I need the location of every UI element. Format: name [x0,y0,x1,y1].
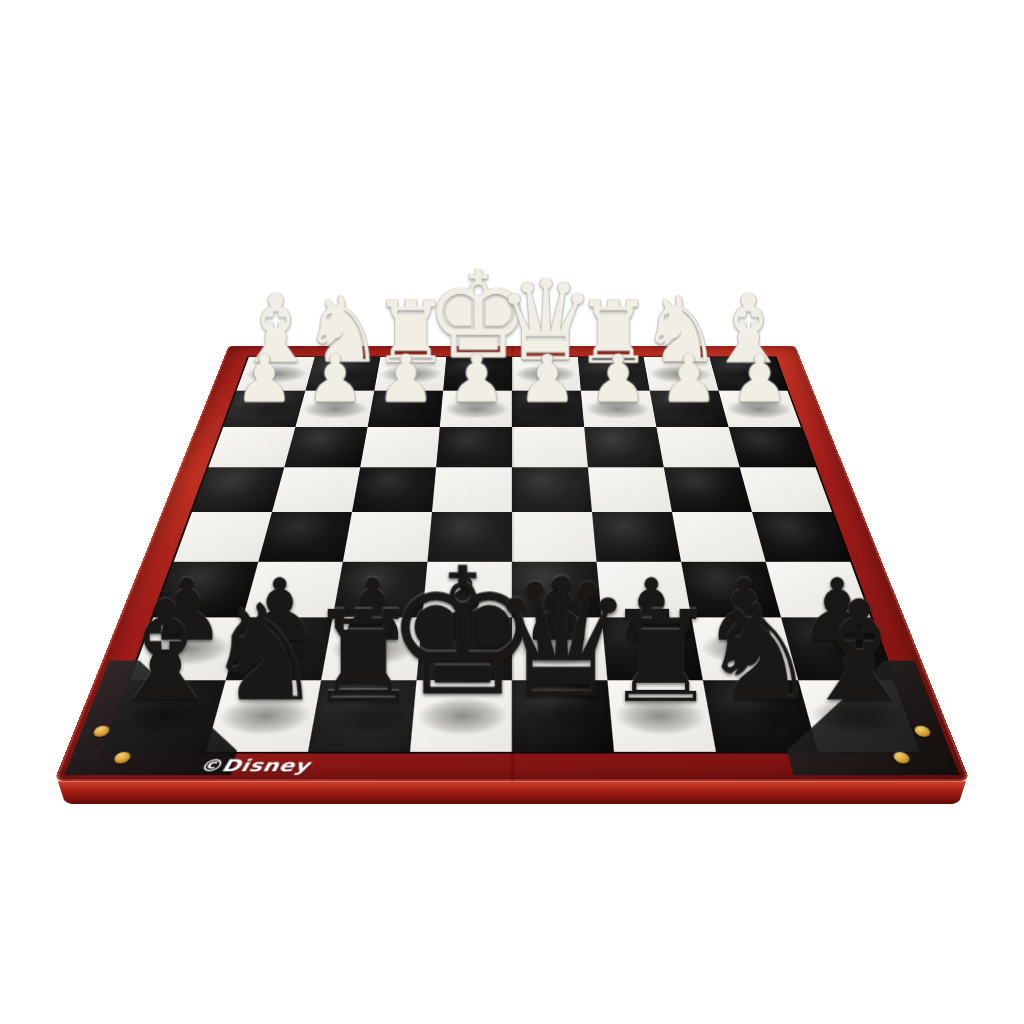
board-front-edge [58,781,966,804]
white-pawn-glyph: ♟ [730,346,789,411]
board-frame: ©Disney ♝♞♜♚♛♜♞♝♟♟♟♟♟♟♟♟♟♟♟♟♟♟♟♟♝♞♜♚♛♜♞♝ [54,346,970,782]
white-pawn-glyph: ♟ [306,346,365,411]
white-pawn-glyph: ♟ [235,346,294,411]
white-pawn-glyph: ♟ [518,346,577,411]
black-bishop-glyph: ♝ [797,582,921,721]
white-pawn-glyph: ♟ [447,346,506,411]
board-tilt: ©Disney ♝♞♜♚♛♜♞♝♟♟♟♟♟♟♟♟♟♟♟♟♟♟♟♟♝♞♜♚♛♜♞♝ [54,346,970,782]
white-pawn-glyph: ♟ [660,346,719,411]
white-pawn-glyph: ♟ [589,346,648,411]
white-pawn-glyph: ♟ [377,346,436,411]
pieces-layer: ♝♞♜♚♛♜♞♝♟♟♟♟♟♟♟♟♟♟♟♟♟♟♟♟♝♞♜♚♛♜♞♝ [54,346,970,782]
photo-scene: ©Disney ♝♞♜♚♛♜♞♝♟♟♟♟♟♟♟♟♟♟♟♟♟♟♟♟♝♞♜♚♛♜♞♝ [0,0,1024,1024]
